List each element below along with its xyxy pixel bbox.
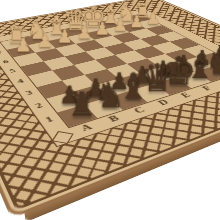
chess-board: 87654321 ABCDEFGH ♜♞♝♛♚♝♞♜♟♟♟♟♟♟♟♟♟♟♟♟♟♟…: [0, 0, 220, 219]
square-g1: ♞: [194, 66, 220, 82]
chess-set-photo: 87654321 ABCDEFGH ♜♞♝♛♚♝♞♜♟♟♟♟♟♟♟♟♟♟♟♟♟♟…: [0, 0, 220, 220]
